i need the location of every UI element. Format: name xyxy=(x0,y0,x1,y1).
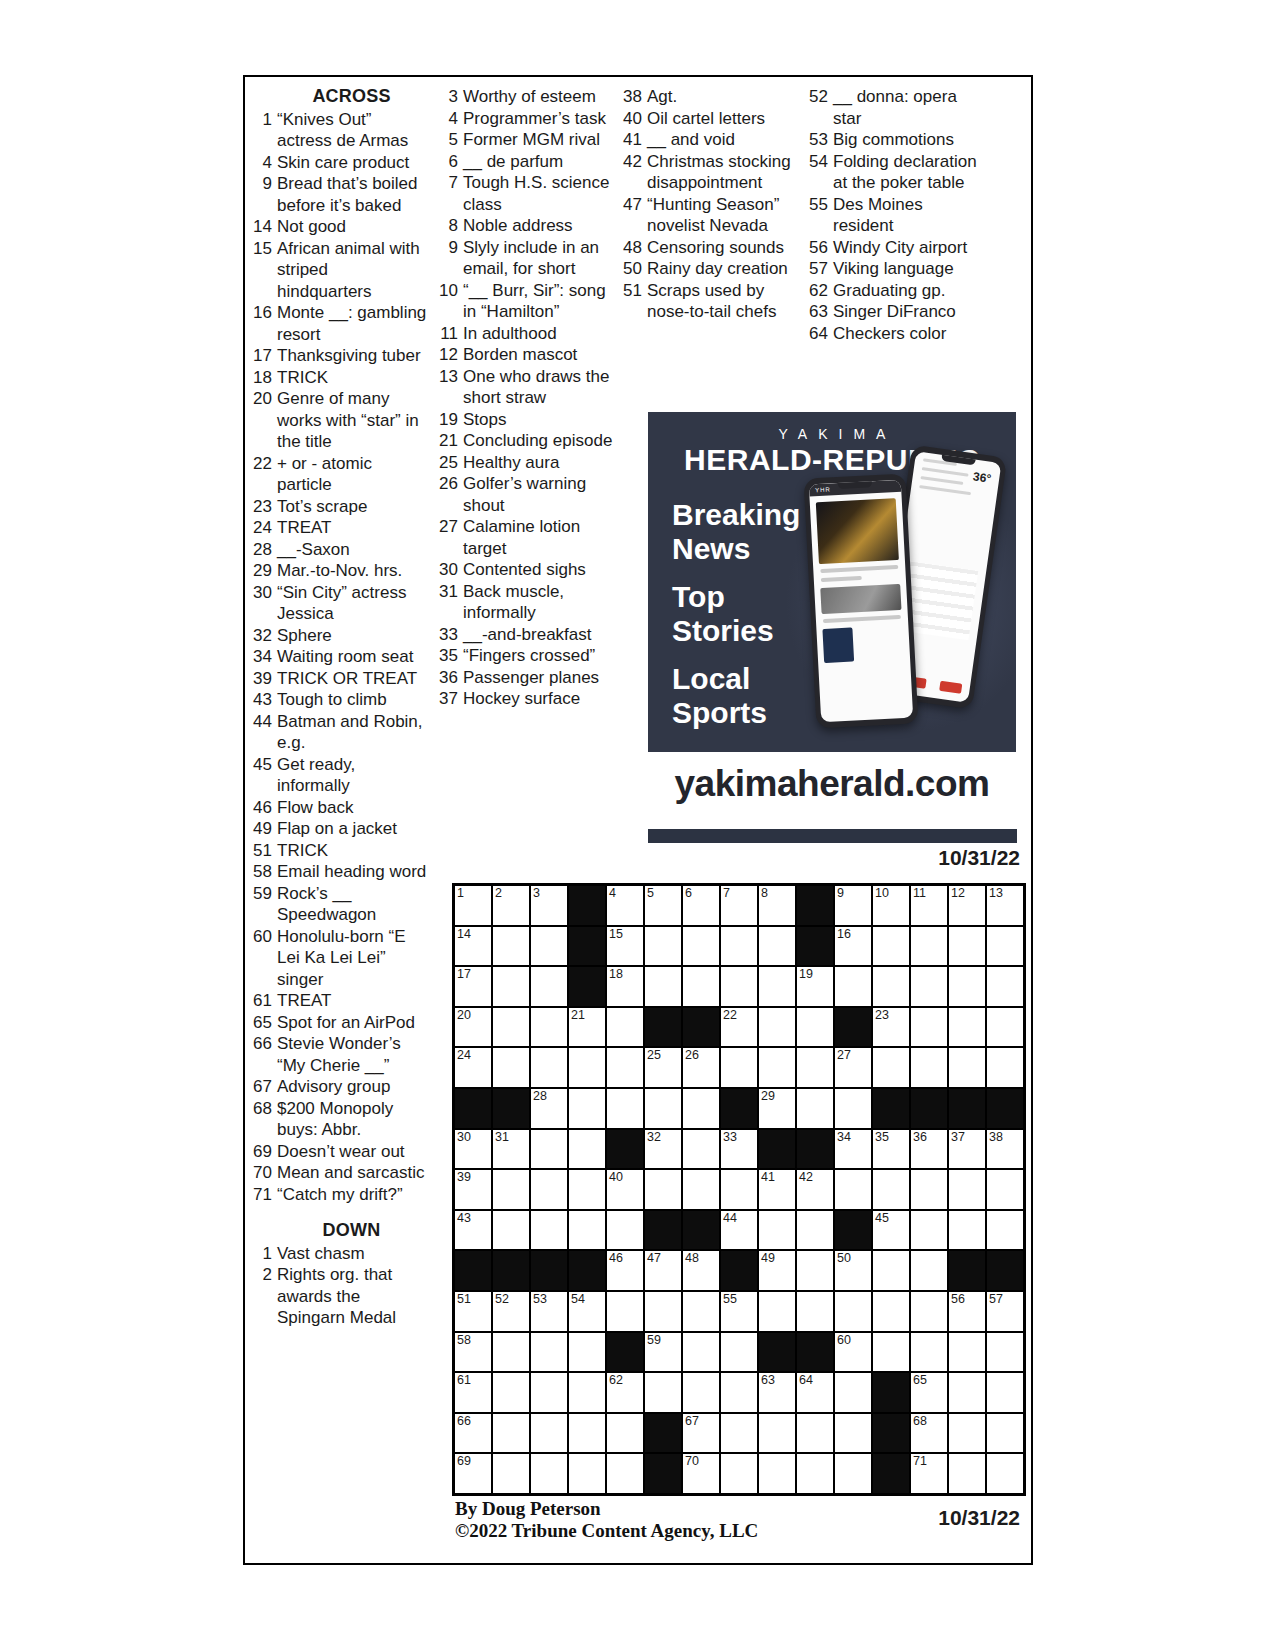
grid-cell-r1c2: 2 xyxy=(492,885,530,926)
grid-block xyxy=(872,1453,910,1494)
clue-number: 52 xyxy=(807,86,833,108)
grid-cell-r7c6: 32 xyxy=(644,1129,682,1170)
divider-bar xyxy=(648,829,1017,843)
cell-number-61: 61 xyxy=(457,1373,471,1387)
grid-cell-r15c3 xyxy=(530,1453,568,1494)
cell-number-7: 7 xyxy=(723,886,730,900)
clue-number: 15 xyxy=(251,238,277,260)
clue-down-27: 27Calamine lotion target xyxy=(437,516,621,559)
grid-cell-r2c6 xyxy=(644,926,682,967)
clue-across-30: 30“Sin City” actress Jessica xyxy=(251,582,432,625)
clue-number: 69 xyxy=(251,1141,277,1163)
clue-number: 41 xyxy=(621,129,647,151)
clue-down-57: 57Viking language xyxy=(807,258,1007,280)
cell-number-58: 58 xyxy=(457,1333,471,1347)
grid-cell-r5c13 xyxy=(910,1047,948,1088)
grid-cell-r8c4 xyxy=(568,1169,606,1210)
grid-cell-r6c3: 28 xyxy=(530,1088,568,1129)
grid-block xyxy=(758,1332,796,1373)
grid-cell-r14c14 xyxy=(948,1413,986,1454)
clue-down-1: 1Vast chasm xyxy=(251,1243,432,1265)
grid-cell-r14c5 xyxy=(606,1413,644,1454)
clue-across-65: 65Spot for an AirPod xyxy=(251,1012,432,1034)
clue-text: Skin care product xyxy=(277,152,427,174)
grid-block xyxy=(530,1250,568,1291)
clue-text: Rock’s __ Speedwagon xyxy=(277,883,427,926)
grid-cell-r5c7: 26 xyxy=(682,1047,720,1088)
clue-text: Viking language xyxy=(833,258,983,280)
grid-cell-r15c11 xyxy=(834,1453,872,1494)
grid-cell-r12c8 xyxy=(720,1332,758,1373)
clue-number: 3 xyxy=(437,86,463,108)
grid-cell-r10c7: 48 xyxy=(682,1250,720,1291)
clue-column-2: 3Worthy of esteem4Programmer’s task5Form… xyxy=(437,86,621,710)
grid-cell-r3c8 xyxy=(720,966,758,1007)
clue-number: 20 xyxy=(251,388,277,410)
clue-text: Scraps used by nose-to-tail chefs xyxy=(647,280,797,323)
grid-cell-r7c2: 31 xyxy=(492,1129,530,1170)
clue-number: 71 xyxy=(251,1184,277,1206)
clue-text: $200 Monopoly buys: Abbr. xyxy=(277,1098,427,1141)
grid-cell-r1c9: 8 xyxy=(758,885,796,926)
clue-text: __-and-breakfast xyxy=(463,624,613,646)
clue-down-64: 64Checkers color xyxy=(807,323,1007,345)
clue-number: 60 xyxy=(251,926,277,948)
grid-cell-r10c12 xyxy=(872,1250,910,1291)
clue-text: Concluding episode xyxy=(463,430,613,452)
grid-cell-r8c1: 39 xyxy=(454,1169,492,1210)
grid-cell-r2c14 xyxy=(948,926,986,967)
clue-number: 58 xyxy=(251,861,277,883)
cell-number-33: 33 xyxy=(723,1130,737,1144)
grid-cell-r11c9 xyxy=(758,1291,796,1332)
news-thumbnail xyxy=(822,627,854,663)
clue-text: Genre of many works with “star” in the t… xyxy=(277,388,427,453)
clue-text: Stops xyxy=(463,409,613,431)
clue-across-29: 29Mar.-to-Nov. hrs. xyxy=(251,560,432,582)
clue-text: Golfer’s warning shout xyxy=(463,473,613,516)
clue-text: “__ Burr, Sir”: song in “Hamilton” xyxy=(463,280,613,323)
clue-down-35: 35“Fingers crossed” xyxy=(437,645,621,667)
cell-number-9: 9 xyxy=(837,886,844,900)
cell-number-67: 67 xyxy=(685,1414,699,1428)
news-photo-placeholder xyxy=(816,498,899,564)
grid-cell-r5c5 xyxy=(606,1047,644,1088)
herald-republic-ad[interactable]: YAKIMA HERALD-REPUBLIC BreakingNewsTopSt… xyxy=(648,412,1016,752)
clue-text: Not good xyxy=(277,216,427,238)
cell-number-52: 52 xyxy=(495,1292,509,1306)
cell-number-32: 32 xyxy=(647,1130,661,1144)
cell-number-41: 41 xyxy=(761,1170,775,1184)
clue-across-61: 61TREAT xyxy=(251,990,432,1012)
cell-number-11: 11 xyxy=(913,886,926,900)
grid-cell-r12c13 xyxy=(910,1332,948,1373)
grid-cell-r4c10 xyxy=(796,1007,834,1048)
clue-across-39: 39TRICK OR TREAT xyxy=(251,668,432,690)
cell-number-24: 24 xyxy=(457,1048,471,1062)
clue-text: __-Saxon xyxy=(277,539,427,561)
clue-text: “Hunting Season” novelist Nevada xyxy=(647,194,797,237)
grid-block xyxy=(796,926,834,967)
grid-cell-r9c14 xyxy=(948,1210,986,1251)
clue-number: 2 xyxy=(251,1264,277,1286)
clue-down-13: 13One who draws the short straw xyxy=(437,366,621,409)
clue-down-38: 38Agt. xyxy=(621,86,807,108)
clue-text: Vast chasm xyxy=(277,1243,427,1265)
cell-number-30: 30 xyxy=(457,1130,471,1144)
clue-across-70: 70Mean and sarcastic xyxy=(251,1162,432,1184)
grid-cell-r12c14 xyxy=(948,1332,986,1373)
grid-cell-r15c8 xyxy=(720,1453,758,1494)
clue-text: Bread that’s boiled before it’s baked xyxy=(277,173,427,216)
cell-number-66: 66 xyxy=(457,1414,471,1428)
cell-number-70: 70 xyxy=(685,1454,699,1468)
grid-cell-r4c15 xyxy=(986,1007,1024,1048)
grid-cell-r9c9 xyxy=(758,1210,796,1251)
grid-cell-r13c9: 63 xyxy=(758,1372,796,1413)
cell-number-6: 6 xyxy=(685,886,692,900)
copyright: ©2022 Tribune Content Agency, LLC xyxy=(455,1520,758,1542)
grid-cell-r2c13 xyxy=(910,926,948,967)
clue-number: 28 xyxy=(251,539,277,561)
grid-cell-r6c4 xyxy=(568,1088,606,1129)
cell-number-16: 16 xyxy=(837,927,851,941)
grid-cell-r13c2 xyxy=(492,1372,530,1413)
grid-cell-r9c10 xyxy=(796,1210,834,1251)
clue-down-50: 50Rainy day creation xyxy=(621,258,807,280)
cell-number-4: 4 xyxy=(609,886,616,900)
clue-across-32: 32Sphere xyxy=(251,625,432,647)
grid-cell-r2c2 xyxy=(492,926,530,967)
clue-number: 44 xyxy=(251,711,277,733)
cell-number-39: 39 xyxy=(457,1170,471,1184)
clue-number: 22 xyxy=(251,453,277,475)
grid-cell-r9c12: 45 xyxy=(872,1210,910,1251)
grid-cell-r15c15 xyxy=(986,1453,1024,1494)
clue-number: 14 xyxy=(251,216,277,238)
clue-across-20: 20Genre of many works with “star” in the… xyxy=(251,388,432,453)
clue-text: __ de parfum xyxy=(463,151,613,173)
clue-across-67: 67Advisory group xyxy=(251,1076,432,1098)
cell-number-57: 57 xyxy=(989,1292,1003,1306)
clue-number: 32 xyxy=(251,625,277,647)
grid-block xyxy=(644,1210,682,1251)
clue-text: Censoring sounds xyxy=(647,237,797,259)
clue-number: 50 xyxy=(621,258,647,280)
cell-number-45: 45 xyxy=(875,1211,889,1225)
grid-cell-r8c7 xyxy=(682,1169,720,1210)
grid-block xyxy=(644,1007,682,1048)
grid-cell-r4c8: 22 xyxy=(720,1007,758,1048)
grid-block xyxy=(492,1250,530,1291)
clue-text: Flap on a jacket xyxy=(277,818,427,840)
clue-text: Passenger planes xyxy=(463,667,613,689)
grid-cell-r1c13: 11 xyxy=(910,885,948,926)
grid-block xyxy=(454,1088,492,1129)
grid-cell-r14c15 xyxy=(986,1413,1024,1454)
cell-number-62: 62 xyxy=(609,1373,623,1387)
clue-number: 8 xyxy=(437,215,463,237)
cell-number-12: 12 xyxy=(951,886,965,900)
clue-text: Hockey surface xyxy=(463,688,613,710)
cell-number-53: 53 xyxy=(533,1292,547,1306)
grid-cell-r7c1: 30 xyxy=(454,1129,492,1170)
grid-cell-r14c3 xyxy=(530,1413,568,1454)
clue-across-46: 46Flow back xyxy=(251,797,432,819)
grid-cell-r13c4 xyxy=(568,1372,606,1413)
grid-cell-r15c4 xyxy=(568,1453,606,1494)
across-header: ACROSS xyxy=(271,86,432,108)
clue-number: 1 xyxy=(251,1243,277,1265)
cell-number-8: 8 xyxy=(761,886,768,900)
puzzle-date-top: 10/31/22 xyxy=(820,846,1020,870)
grid-cell-r12c15 xyxy=(986,1332,1024,1373)
clue-across-71: 71“Catch my drift?” xyxy=(251,1184,432,1206)
grid-cell-r6c9: 29 xyxy=(758,1088,796,1129)
cell-number-13: 13 xyxy=(989,886,1003,900)
grid-cell-r5c4 xyxy=(568,1047,606,1088)
clue-text: Tough H.S. science class xyxy=(463,172,613,215)
grid-cell-r8c6 xyxy=(644,1169,682,1210)
grid-cell-r5c15 xyxy=(986,1047,1024,1088)
clue-text: Worthy of esteem xyxy=(463,86,613,108)
grid-cell-r1c6: 5 xyxy=(644,885,682,926)
clue-across-16: 16Monte __: gambling resort xyxy=(251,302,432,345)
clue-number: 42 xyxy=(621,151,647,173)
grid-cell-r11c7 xyxy=(682,1291,720,1332)
cell-number-59: 59 xyxy=(647,1333,661,1347)
clue-text: + or - atomic particle xyxy=(277,453,427,496)
grid-cell-r3c1: 17 xyxy=(454,966,492,1007)
clue-column-3: 38Agt.40Oil cartel letters41__ and void4… xyxy=(621,86,807,323)
cell-number-65: 65 xyxy=(913,1373,927,1387)
grid-cell-r9c8: 44 xyxy=(720,1210,758,1251)
clue-number: 53 xyxy=(807,129,833,151)
cell-number-51: 51 xyxy=(457,1292,471,1306)
grid-block xyxy=(606,1332,644,1373)
grid-cell-r5c2 xyxy=(492,1047,530,1088)
grid-cell-r4c1: 20 xyxy=(454,1007,492,1048)
grid-cell-r4c2 xyxy=(492,1007,530,1048)
cell-number-26: 26 xyxy=(685,1048,699,1062)
clue-across-24: 24TREAT xyxy=(251,517,432,539)
grid-cell-r11c11 xyxy=(834,1291,872,1332)
clue-down-51: 51Scraps used by nose-to-tail chefs xyxy=(621,280,807,323)
grid-cell-r6c10 xyxy=(796,1088,834,1129)
clue-number: 25 xyxy=(437,452,463,474)
clue-down-52: 52__ donna: opera star xyxy=(807,86,1007,129)
grid-cell-r12c2 xyxy=(492,1332,530,1373)
crossword-grid: 1234567891011121314151617181920212223242… xyxy=(452,883,1026,1496)
grid-cell-r8c11 xyxy=(834,1169,872,1210)
clue-down-37: 37Hockey surface xyxy=(437,688,621,710)
cell-number-29: 29 xyxy=(761,1089,775,1103)
puzzle-date-bottom: 10/31/22 xyxy=(820,1506,1020,1530)
clue-text: __ donna: opera star xyxy=(833,86,983,129)
clue-number: 33 xyxy=(437,624,463,646)
grid-cell-r4c3 xyxy=(530,1007,568,1048)
cell-number-40: 40 xyxy=(609,1170,623,1184)
clue-across-68: 68$200 Monopoly buys: Abbr. xyxy=(251,1098,432,1141)
clue-text: Thanksgiving tuber xyxy=(277,345,427,367)
grid-cell-r6c5 xyxy=(606,1088,644,1129)
clue-number: 35 xyxy=(437,645,463,667)
clue-across-22: 22+ or - atomic particle xyxy=(251,453,432,496)
clue-number: 34 xyxy=(251,646,277,668)
clue-number: 46 xyxy=(251,797,277,819)
grid-block xyxy=(796,1332,834,1373)
clue-text: African animal with striped hindquarters xyxy=(277,238,427,303)
grid-cell-r12c1: 58 xyxy=(454,1332,492,1373)
grid-cell-r8c14 xyxy=(948,1169,986,1210)
grid-block xyxy=(606,1129,644,1170)
cell-number-54: 54 xyxy=(571,1292,585,1306)
clue-text: Tot’s scrape xyxy=(277,496,427,518)
grid-cell-r12c12 xyxy=(872,1332,910,1373)
clue-text: Sphere xyxy=(277,625,427,647)
clue-text: Email heading word xyxy=(277,861,427,883)
grid-cell-r10c13 xyxy=(910,1250,948,1291)
grid-cell-r11c8: 55 xyxy=(720,1291,758,1332)
clue-number: 24 xyxy=(251,517,277,539)
grid-cell-r4c5 xyxy=(606,1007,644,1048)
cell-number-5: 5 xyxy=(647,886,654,900)
clue-text: Tough to climb xyxy=(277,689,427,711)
cell-number-1: 1 xyxy=(457,886,464,900)
ad-tagline-1: BreakingNews xyxy=(672,498,800,566)
clue-number: 65 xyxy=(251,1012,277,1034)
grid-cell-r2c3 xyxy=(530,926,568,967)
grid-cell-r7c15: 38 xyxy=(986,1129,1024,1170)
clue-text: Spot for an AirPod xyxy=(277,1012,427,1034)
grid-cell-r4c4: 21 xyxy=(568,1007,606,1048)
grid-cell-r7c4 xyxy=(568,1129,606,1170)
site-url[interactable]: yakimaherald.com xyxy=(648,763,1016,805)
clue-text: Contented sighs xyxy=(463,559,613,581)
cell-number-3: 3 xyxy=(533,886,540,900)
grid-cell-r8c2 xyxy=(492,1169,530,1210)
grid-cell-r1c1: 1 xyxy=(454,885,492,926)
clue-number: 51 xyxy=(251,840,277,862)
ad-tagline-3: LocalSports xyxy=(672,662,800,730)
clue-text: Former MGM rival xyxy=(463,129,613,151)
clue-number: 31 xyxy=(437,581,463,603)
grid-cell-r15c7: 70 xyxy=(682,1453,720,1494)
clue-text: Monte __: gambling resort xyxy=(277,302,427,345)
grid-cell-r8c13 xyxy=(910,1169,948,1210)
cell-number-68: 68 xyxy=(913,1414,927,1428)
clue-number: 1 xyxy=(251,109,277,131)
grid-cell-r13c15 xyxy=(986,1372,1024,1413)
clue-across-4: 4Skin care product xyxy=(251,152,432,174)
grid-cell-r10c5: 46 xyxy=(606,1250,644,1291)
yakima-wordmark: YAKIMA xyxy=(648,426,1016,442)
grid-cell-r11c10 xyxy=(796,1291,834,1332)
clue-down-10: 10“__ Burr, Sir”: song in “Hamilton” xyxy=(437,280,621,323)
clue-number: 37 xyxy=(437,688,463,710)
grid-cell-r3c15 xyxy=(986,966,1024,1007)
grid-cell-r15c2 xyxy=(492,1453,530,1494)
grid-cell-r10c11: 50 xyxy=(834,1250,872,1291)
clue-number: 27 xyxy=(437,516,463,538)
clue-number: 6 xyxy=(437,151,463,173)
clue-text: Rainy day creation xyxy=(647,258,797,280)
grid-cell-r2c7 xyxy=(682,926,720,967)
clue-number: 36 xyxy=(437,667,463,689)
grid-cell-r8c3 xyxy=(530,1169,568,1210)
grid-cell-r15c5 xyxy=(606,1453,644,1494)
clue-text: Agt. xyxy=(647,86,797,108)
grid-cell-r13c1: 61 xyxy=(454,1372,492,1413)
clue-across-60: 60Honolulu-born “E Lei Ka Lei Lei” singe… xyxy=(251,926,432,991)
clue-down-9: 9Slyly include in an email, for short xyxy=(437,237,621,280)
clue-down-7: 7Tough H.S. science class xyxy=(437,172,621,215)
grid-cell-r3c5: 18 xyxy=(606,966,644,1007)
grid-block xyxy=(872,1372,910,1413)
grid-cell-r3c10: 19 xyxy=(796,966,834,1007)
clue-text: Des Moines resident xyxy=(833,194,983,237)
grid-cell-r9c4 xyxy=(568,1210,606,1251)
grid-cell-r15c9 xyxy=(758,1453,796,1494)
cell-number-20: 20 xyxy=(457,1008,471,1022)
red-button xyxy=(939,681,962,694)
cell-number-35: 35 xyxy=(875,1130,889,1144)
cell-number-17: 17 xyxy=(457,967,471,981)
grid-cell-r8c9: 41 xyxy=(758,1169,796,1210)
grid-cell-r1c5: 4 xyxy=(606,885,644,926)
grid-cell-r15c1: 69 xyxy=(454,1453,492,1494)
cell-number-38: 38 xyxy=(989,1130,1003,1144)
clue-number: 16 xyxy=(251,302,277,324)
cell-number-56: 56 xyxy=(951,1292,965,1306)
grid-cell-r2c12 xyxy=(872,926,910,967)
cell-number-2: 2 xyxy=(495,886,502,900)
clue-text: Programmer’s task xyxy=(463,108,613,130)
cell-number-37: 37 xyxy=(951,1130,965,1144)
cell-number-36: 36 xyxy=(913,1130,927,1144)
grid-cell-r3c13 xyxy=(910,966,948,1007)
clue-text: Singer DiFranco xyxy=(833,301,983,323)
grid-block xyxy=(720,1250,758,1291)
cell-number-21: 21 xyxy=(571,1008,585,1022)
clue-number: 17 xyxy=(251,345,277,367)
clue-column-4: 52__ donna: opera star53Big commotions54… xyxy=(807,86,1007,344)
grid-cell-r14c7: 67 xyxy=(682,1413,720,1454)
grid-cell-r7c13: 36 xyxy=(910,1129,948,1170)
clue-number: 48 xyxy=(621,237,647,259)
clue-text: Slyly include in an email, for short xyxy=(463,237,613,280)
clue-across-17: 17Thanksgiving tuber xyxy=(251,345,432,367)
clue-text: Mar.-to-Nov. hrs. xyxy=(277,560,427,582)
grid-cell-r15c10 xyxy=(796,1453,834,1494)
grid-cell-r7c7 xyxy=(682,1129,720,1170)
clue-down-62: 62Graduating gp. xyxy=(807,280,1007,302)
clue-down-6: 6__ de parfum xyxy=(437,151,621,173)
grid-cell-r9c2 xyxy=(492,1210,530,1251)
grid-block xyxy=(568,966,606,1007)
grid-cell-r13c6 xyxy=(644,1372,682,1413)
temperature-reading: 36° xyxy=(972,469,992,485)
grid-block xyxy=(454,1250,492,1291)
cell-number-15: 15 xyxy=(609,927,623,941)
down-header: DOWN xyxy=(271,1220,432,1242)
grid-cell-r11c2: 52 xyxy=(492,1291,530,1332)
cell-number-18: 18 xyxy=(609,967,623,981)
clue-number: 55 xyxy=(807,194,833,216)
grid-block xyxy=(986,1250,1024,1291)
grid-cell-r14c9 xyxy=(758,1413,796,1454)
clue-text: Christmas stocking disappointment xyxy=(647,151,797,194)
